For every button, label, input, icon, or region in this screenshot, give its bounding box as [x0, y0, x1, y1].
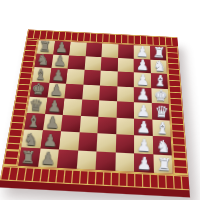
square-r0-c1[interactable]: ♟: [53, 41, 71, 55]
square-r7-c6[interactable]: ♟: [134, 153, 153, 173]
black-pawn: ♟: [51, 67, 65, 83]
square-r2-c2[interactable]: [66, 69, 84, 84]
square-r6-c5[interactable]: [115, 134, 134, 153]
square-r5-c0[interactable]: ♝: [24, 113, 45, 131]
square-r4-c7[interactable]: ♛: [151, 103, 169, 120]
white-pawn: ♟: [136, 71, 150, 87]
square-r2-c3[interactable]: [83, 70, 101, 85]
black-pawn: ♟: [42, 131, 57, 149]
square-r5-c2[interactable]: [61, 114, 81, 132]
square-r3-c2[interactable]: [64, 83, 83, 99]
board-grid: ♜♟♟♜♞♟♟♞♝♟♟♝♚♟♟♚♛♟♟♛♝♟♟♝♞♟♟♞♜♟♟♜: [18, 40, 172, 174]
square-r6-c4[interactable]: [97, 133, 116, 152]
white-queen: ♛: [154, 103, 168, 120]
square-r1-c7[interactable]: ♞: [150, 59, 167, 74]
square-r6-c0[interactable]: ♞: [21, 129, 42, 148]
black-bishop: ♝: [26, 113, 41, 131]
white-knight: ♞: [152, 58, 165, 74]
black-pawn: ♟: [53, 53, 67, 69]
playing-field: ♜♟♟♜♞♟♟♞♝♟♟♝♚♟♟♚♛♟♟♛♝♟♟♝♞♟♟♞♜♟♟♜: [17, 39, 174, 175]
square-r2-c0[interactable]: ♝: [32, 67, 51, 82]
black-rook: ♜: [38, 39, 51, 54]
square-r7-c1[interactable]: ♟: [38, 148, 59, 168]
board-perspective-wrapper: ♜♟♟♜♞♟♟♞♝♟♟♝♚♟♟♚♛♟♟♛♝♟♟♝♞♟♟♞♜♟♟♜: [0, 29, 189, 190]
square-r7-c4[interactable]: [96, 151, 116, 171]
square-r5-c6[interactable]: ♟: [134, 118, 152, 136]
black-pawn: ♟: [47, 97, 62, 114]
square-r4-c3[interactable]: [80, 99, 99, 116]
square-r1-c1[interactable]: ♟: [51, 54, 69, 69]
square-r0-c6[interactable]: ♟: [134, 45, 150, 59]
chessboard: ♜♟♟♜♞♟♟♞♝♟♟♝♚♟♟♚♛♟♟♛♝♟♟♝♞♟♟♞♜♟♟♜: [0, 29, 189, 190]
square-r0-c2[interactable]: [69, 42, 86, 56]
white-pawn: ♟: [136, 119, 151, 137]
square-r2-c1[interactable]: ♟: [49, 68, 68, 83]
white-rook: ♜: [152, 45, 165, 60]
square-r0-c4[interactable]: [101, 44, 118, 58]
square-r4-c6[interactable]: ♟: [134, 102, 152, 119]
square-r1-c6[interactable]: ♟: [134, 58, 151, 73]
square-r5-c1[interactable]: ♟: [43, 114, 63, 132]
black-rook: ♜: [20, 148, 36, 167]
black-pawn: ♟: [49, 82, 63, 99]
square-r2-c4[interactable]: [100, 71, 117, 86]
square-r4-c1[interactable]: ♟: [45, 98, 65, 115]
black-pawn: ♟: [44, 114, 59, 132]
square-r6-c2[interactable]: [59, 131, 79, 150]
product-photo-scene: ♜♟♟♜♞♟♟♞♝♟♟♝♚♟♟♚♛♟♟♛♝♟♟♝♞♟♟♞♜♟♟♜: [0, 0, 200, 200]
square-r0-c0[interactable]: ♜: [37, 40, 55, 54]
square-r6-c1[interactable]: ♟: [40, 130, 61, 149]
black-pawn: ♟: [55, 39, 68, 54]
square-r1-c2[interactable]: [68, 55, 86, 70]
white-rook: ♜: [156, 155, 172, 174]
white-knight: ♞: [155, 137, 170, 155]
square-r3-c0[interactable]: ♚: [30, 82, 49, 98]
white-pawn: ♟: [136, 57, 149, 73]
square-r1-c4[interactable]: [101, 57, 118, 72]
square-r4-c0[interactable]: ♛: [27, 97, 47, 114]
square-r5-c3[interactable]: [79, 115, 98, 133]
square-r5-c5[interactable]: [116, 117, 134, 135]
square-r2-c7[interactable]: ♝: [150, 73, 167, 88]
square-r4-c4[interactable]: [98, 100, 116, 117]
square-r0-c3[interactable]: [85, 43, 102, 57]
black-king: ♚: [31, 81, 45, 98]
square-r0-c5[interactable]: [118, 44, 134, 58]
square-r1-c5[interactable]: [117, 58, 134, 73]
square-r7-c2[interactable]: [57, 149, 78, 169]
square-r6-c3[interactable]: [78, 132, 98, 151]
black-bishop: ♝: [34, 66, 48, 82]
square-r5-c7[interactable]: ♝: [152, 119, 171, 137]
square-r2-c5[interactable]: [117, 71, 134, 86]
black-queen: ♛: [29, 96, 44, 113]
square-r3-c1[interactable]: ♟: [47, 82, 66, 98]
white-pawn: ♟: [136, 154, 152, 173]
white-bishop: ♝: [155, 119, 170, 137]
square-r7-c3[interactable]: [76, 150, 96, 170]
square-r7-c7[interactable]: ♜: [153, 154, 173, 174]
white-pawn: ♟: [136, 86, 150, 103]
square-r1-c0[interactable]: ♞: [34, 53, 52, 68]
square-r3-c7[interactable]: ♚: [151, 88, 169, 104]
square-r4-c5[interactable]: [116, 101, 134, 118]
black-knight: ♞: [23, 130, 39, 148]
square-r3-c4[interactable]: [99, 85, 117, 101]
square-r4-c2[interactable]: [63, 99, 82, 116]
square-r6-c7[interactable]: ♞: [152, 136, 171, 155]
square-r3-c6[interactable]: ♟: [134, 87, 151, 103]
square-r3-c5[interactable]: [117, 86, 134, 102]
black-knight: ♞: [36, 52, 50, 68]
square-r3-c3[interactable]: [82, 84, 100, 100]
square-r1-c3[interactable]: [84, 56, 101, 71]
white-king: ♚: [153, 87, 167, 104]
square-r7-c0[interactable]: ♜: [18, 147, 40, 167]
black-pawn: ♟: [40, 149, 56, 168]
white-bishop: ♝: [153, 72, 167, 88]
square-r7-c5[interactable]: [115, 152, 134, 172]
white-pawn: ♟: [136, 136, 151, 154]
square-r2-c6[interactable]: ♟: [134, 72, 151, 87]
square-r6-c6[interactable]: ♟: [134, 135, 153, 154]
square-r0-c7[interactable]: ♜: [150, 46, 167, 60]
white-pawn: ♟: [136, 44, 149, 59]
white-pawn: ♟: [136, 102, 151, 119]
square-r5-c4[interactable]: [97, 116, 116, 134]
